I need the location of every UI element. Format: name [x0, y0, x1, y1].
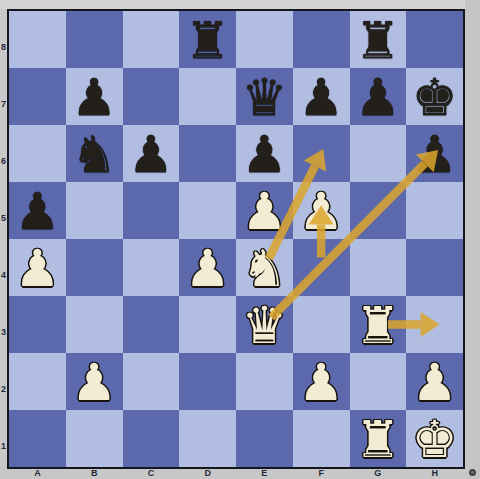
square-g3[interactable]: ♜: [350, 296, 407, 353]
piece-white-king[interactable]: ♚: [412, 411, 458, 468]
square-e7[interactable]: ♛: [236, 68, 293, 125]
rank-label-7: 7: [0, 76, 7, 133]
square-e6[interactable]: ♟: [236, 125, 293, 182]
file-label-f: F: [293, 468, 350, 479]
file-label-g: G: [350, 468, 407, 479]
file-label-a: A: [9, 468, 66, 479]
square-g5[interactable]: [350, 182, 407, 239]
square-d7[interactable]: [179, 68, 236, 125]
piece-white-pawn[interactable]: ♟: [412, 354, 458, 411]
square-g1[interactable]: ♜: [350, 410, 407, 467]
square-b1[interactable]: [66, 410, 123, 467]
piece-white-knight[interactable]: ♞: [242, 240, 288, 297]
square-b3[interactable]: [66, 296, 123, 353]
square-g4[interactable]: [350, 239, 407, 296]
square-d4[interactable]: ♟: [179, 239, 236, 296]
square-h8[interactable]: [406, 11, 463, 68]
square-d1[interactable]: [179, 410, 236, 467]
square-g2[interactable]: [350, 353, 407, 410]
square-h4[interactable]: [406, 239, 463, 296]
square-c3[interactable]: [123, 296, 180, 353]
square-h5[interactable]: [406, 182, 463, 239]
file-label-e: E: [236, 468, 293, 479]
square-e4[interactable]: ♞: [236, 239, 293, 296]
square-a2[interactable]: [9, 353, 66, 410]
square-a8[interactable]: [9, 11, 66, 68]
piece-black-rook[interactable]: ♜: [185, 12, 231, 69]
window-top-strip: [0, 0, 480, 9]
square-h3[interactable]: [406, 296, 463, 353]
piece-white-pawn[interactable]: ♟: [298, 183, 344, 240]
square-c7[interactable]: [123, 68, 180, 125]
square-e8[interactable]: [236, 11, 293, 68]
square-a4[interactable]: ♟: [9, 239, 66, 296]
board-squares-grid: ♜♜♟♛♟♟♚♞♟♟♟♟♟♟♟♟♞♛♜♟♟♟♜♚: [9, 11, 463, 467]
file-label-c: C: [123, 468, 180, 479]
square-c4[interactable]: [123, 239, 180, 296]
square-f3[interactable]: [293, 296, 350, 353]
square-c2[interactable]: [123, 353, 180, 410]
square-g8[interactable]: ♜: [350, 11, 407, 68]
square-e3[interactable]: ♛: [236, 296, 293, 353]
square-b2[interactable]: ♟: [66, 353, 123, 410]
piece-white-pawn[interactable]: ♟: [185, 240, 231, 297]
chess-app-window: ♜♜♟♛♟♟♚♞♟♟♟♟♟♟♟♟♞♛♜♟♟♟♜♚ 87654321ABCDEFG…: [0, 0, 480, 479]
piece-white-pawn[interactable]: ♟: [71, 354, 117, 411]
square-d2[interactable]: [179, 353, 236, 410]
square-b4[interactable]: [66, 239, 123, 296]
piece-black-pawn[interactable]: ♟: [15, 183, 61, 240]
square-b6[interactable]: ♞: [66, 125, 123, 182]
piece-black-queen[interactable]: ♛: [242, 69, 288, 126]
piece-white-pawn[interactable]: ♟: [298, 354, 344, 411]
square-c1[interactable]: [123, 410, 180, 467]
rank-label-6: 6: [0, 133, 7, 190]
square-a6[interactable]: [9, 125, 66, 182]
square-d3[interactable]: [179, 296, 236, 353]
square-f2[interactable]: ♟: [293, 353, 350, 410]
square-d5[interactable]: [179, 182, 236, 239]
piece-black-rook[interactable]: ♜: [355, 12, 401, 69]
square-a5[interactable]: ♟: [9, 182, 66, 239]
file-label-d: D: [179, 468, 236, 479]
square-b7[interactable]: ♟: [66, 68, 123, 125]
square-f4[interactable]: [293, 239, 350, 296]
square-f5[interactable]: ♟: [293, 182, 350, 239]
piece-white-pawn[interactable]: ♟: [242, 183, 288, 240]
rank-label-8: 8: [0, 19, 7, 76]
square-d6[interactable]: [179, 125, 236, 182]
square-e5[interactable]: ♟: [236, 182, 293, 239]
square-b8[interactable]: [66, 11, 123, 68]
square-a7[interactable]: [9, 68, 66, 125]
square-f6[interactable]: [293, 125, 350, 182]
rank-label-2: 2: [0, 361, 7, 418]
square-c6[interactable]: ♟: [123, 125, 180, 182]
square-h2[interactable]: ♟: [406, 353, 463, 410]
piece-white-rook[interactable]: ♜: [355, 411, 401, 468]
piece-black-knight[interactable]: ♞: [71, 126, 117, 183]
square-g6[interactable]: [350, 125, 407, 182]
piece-white-rook[interactable]: ♜: [355, 297, 401, 354]
square-c8[interactable]: [123, 11, 180, 68]
window-right-strip: [465, 0, 480, 479]
square-a1[interactable]: [9, 410, 66, 467]
chess-board: ♜♜♟♛♟♟♚♞♟♟♟♟♟♟♟♟♞♛♜♟♟♟♜♚: [7, 9, 465, 469]
file-label-h: H: [406, 468, 463, 479]
piece-black-pawn[interactable]: ♟: [355, 69, 401, 126]
rank-label-1: 1: [0, 418, 7, 475]
square-f8[interactable]: [293, 11, 350, 68]
piece-black-pawn[interactable]: ♟: [298, 69, 344, 126]
rank-label-5: 5: [0, 190, 7, 247]
square-e2[interactable]: [236, 353, 293, 410]
piece-black-pawn[interactable]: ♟: [128, 126, 174, 183]
square-g7[interactable]: ♟: [350, 68, 407, 125]
rank-label-3: 3: [0, 304, 7, 361]
piece-white-pawn[interactable]: ♟: [15, 240, 61, 297]
piece-black-pawn[interactable]: ♟: [71, 69, 117, 126]
corner-status-dot-icon: [469, 469, 476, 476]
square-c5[interactable]: [123, 182, 180, 239]
piece-black-pawn[interactable]: ♟: [242, 126, 288, 183]
square-b5[interactable]: [66, 182, 123, 239]
piece-white-queen[interactable]: ♛: [242, 297, 288, 354]
square-a3[interactable]: [9, 296, 66, 353]
rank-label-4: 4: [0, 247, 7, 304]
square-e1[interactable]: [236, 410, 293, 467]
piece-black-king[interactable]: ♚: [412, 69, 458, 126]
square-h6[interactable]: ♟: [406, 125, 463, 182]
square-f7[interactable]: ♟: [293, 68, 350, 125]
square-f1[interactable]: [293, 410, 350, 467]
piece-black-pawn[interactable]: ♟: [412, 126, 458, 183]
file-label-b: B: [66, 468, 123, 479]
square-d8[interactable]: ♜: [179, 11, 236, 68]
square-h7[interactable]: ♚: [406, 68, 463, 125]
square-h1[interactable]: ♚: [406, 410, 463, 467]
